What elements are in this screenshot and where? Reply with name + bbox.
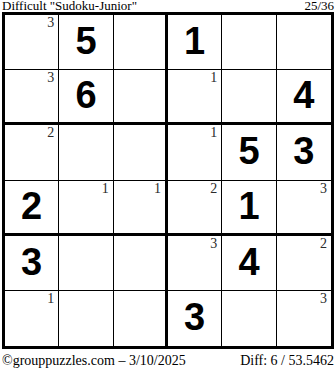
cell-r6c1[interactable]: 1 [5, 291, 59, 346]
cell-r2c6[interactable]: 4 [277, 70, 331, 125]
cell-r3c4[interactable]: 1 [168, 125, 222, 180]
cell-r2c4[interactable]: 1 [168, 70, 222, 125]
given-digit: 1 [184, 22, 205, 60]
cell-r4c5[interactable]: 1 [222, 181, 276, 236]
cell-r5c6[interactable]: 2 [277, 236, 331, 291]
cell-r6c2[interactable] [59, 291, 113, 346]
corner-mark: 3 [47, 15, 54, 30]
corner-mark: 3 [47, 70, 54, 85]
cell-r3c6[interactable]: 3 [277, 125, 331, 180]
corner-mark: 1 [210, 70, 217, 85]
cell-r5c1[interactable]: 3 [5, 236, 59, 291]
cell-r4c1[interactable]: 2 [5, 181, 59, 236]
given-digit: 3 [21, 243, 42, 281]
cell-r4c6[interactable]: 3 [277, 181, 331, 236]
cell-r3c1[interactable]: 2 [5, 125, 59, 180]
corner-mark: 2 [47, 125, 54, 140]
puzzle-page: Difficult "Sudoku-Junior" 25/36 35136142… [0, 0, 336, 370]
corner-mark: 1 [47, 291, 54, 306]
given-digit: 3 [184, 298, 205, 336]
cell-r4c4[interactable]: 2 [168, 181, 222, 236]
difficulty-rating: Diff: 6 / 53.5462 [240, 353, 334, 369]
corner-mark: 1 [210, 125, 217, 140]
cell-r4c3[interactable]: 1 [114, 181, 168, 236]
given-digit: 2 [21, 187, 42, 225]
given-digit: 6 [75, 76, 96, 114]
given-digit: 4 [293, 76, 314, 114]
puzzle-title: Difficult "Sudoku-Junior" [2, 0, 137, 12]
cell-r6c4[interactable]: 3 [168, 291, 222, 346]
corner-mark: 3 [210, 236, 217, 251]
cell-r1c2[interactable]: 5 [59, 15, 113, 70]
cell-r1c4[interactable]: 1 [168, 15, 222, 70]
corner-mark: 1 [102, 181, 109, 196]
cell-r6c5[interactable] [222, 291, 276, 346]
corner-mark: 2 [210, 181, 217, 196]
header: Difficult "Sudoku-Junior" 25/36 [2, 0, 334, 12]
cell-r3c2[interactable] [59, 125, 113, 180]
footer: ©grouppuzzles.com – 3/10/2025 Diff: 6 / … [2, 352, 334, 369]
given-digit: 3 [293, 132, 314, 170]
sudoku-grid: 351361421532112133342133 [2, 12, 334, 349]
given-digit: 5 [75, 22, 96, 60]
cell-r5c2[interactable] [59, 236, 113, 291]
cell-r1c5[interactable] [222, 15, 276, 70]
cell-r6c3[interactable] [114, 291, 168, 346]
cell-r5c3[interactable] [114, 236, 168, 291]
cell-r5c4[interactable]: 3 [168, 236, 222, 291]
cell-r2c3[interactable] [114, 70, 168, 125]
remaining-counter: 25/36 [304, 0, 334, 12]
cell-r1c6[interactable] [277, 15, 331, 70]
cell-r5c5[interactable]: 4 [222, 236, 276, 291]
corner-mark: 2 [320, 236, 327, 251]
cell-r2c1[interactable]: 3 [5, 70, 59, 125]
corner-mark: 3 [320, 291, 327, 306]
cell-r3c3[interactable] [114, 125, 168, 180]
given-digit: 5 [238, 132, 259, 170]
corner-mark: 1 [154, 181, 161, 196]
given-digit: 1 [238, 187, 259, 225]
corner-mark: 3 [320, 181, 327, 196]
given-digit: 4 [238, 243, 259, 281]
cell-r1c1[interactable]: 3 [5, 15, 59, 70]
cell-r1c3[interactable] [114, 15, 168, 70]
cell-r2c2[interactable]: 6 [59, 70, 113, 125]
cell-r3c5[interactable]: 5 [222, 125, 276, 180]
cell-r4c2[interactable]: 1 [59, 181, 113, 236]
cell-r6c6[interactable]: 3 [277, 291, 331, 346]
copyright-date: ©grouppuzzles.com – 3/10/2025 [2, 353, 186, 369]
cell-r2c5[interactable] [222, 70, 276, 125]
